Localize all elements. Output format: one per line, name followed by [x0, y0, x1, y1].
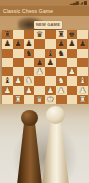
square-h7[interactable]: ♟	[77, 39, 88, 48]
white-king: ♚	[45, 95, 56, 104]
black-pawn: ♟	[2, 39, 13, 48]
square-h2[interactable]: ♟	[77, 86, 88, 95]
black-pawn: ♟	[45, 58, 56, 67]
chess-board: ♜♛♜♚♟♟♟♟♟♟♞♝♞♟♟♟♟♝♟♞♞♝♟♟♟♟♟♜♛♚♜	[2, 30, 88, 104]
black-pawn: ♟	[77, 39, 88, 48]
square-e1[interactable]: ♚	[45, 95, 56, 104]
square-f4[interactable]	[56, 67, 67, 76]
wifi-icon: ◢	[80, 1, 83, 5]
background-photo-bottom	[0, 104, 89, 183]
square-a6[interactable]	[2, 49, 13, 58]
square-d8[interactable]: ♛	[34, 30, 45, 39]
square-e4[interactable]	[45, 67, 56, 76]
square-c4[interactable]	[24, 67, 35, 76]
black-rook: ♜	[2, 30, 13, 39]
square-a7[interactable]: ♟	[2, 39, 13, 48]
white-pawn: ♟	[77, 86, 88, 95]
square-d7[interactable]	[34, 39, 45, 48]
square-d5[interactable]: ♟	[34, 58, 45, 67]
square-g4[interactable]: ♟	[67, 67, 78, 76]
square-h8[interactable]	[77, 30, 88, 39]
square-e7[interactable]	[45, 39, 56, 48]
square-c2[interactable]: ♟	[24, 86, 35, 95]
square-f5[interactable]	[56, 58, 67, 67]
white-knight: ♞	[24, 76, 35, 85]
square-f6[interactable]: ♞	[56, 49, 67, 58]
black-pawn: ♟	[56, 39, 67, 48]
square-f1[interactable]	[56, 95, 67, 104]
square-c1[interactable]	[24, 95, 35, 104]
square-d6[interactable]	[34, 49, 45, 58]
white-rook: ♜	[13, 95, 24, 104]
square-d1[interactable]: ♛	[34, 95, 45, 104]
signal-icon: ▂▄▆	[70, 1, 79, 5]
black-knight: ♞	[24, 49, 35, 58]
black-pawn: ♟	[13, 39, 24, 48]
white-bishop: ♝	[77, 76, 88, 85]
white-pawn: ♟	[67, 67, 78, 76]
black-pawn: ♟	[24, 39, 35, 48]
black-knight: ♞	[56, 49, 67, 58]
square-g3[interactable]	[67, 76, 78, 85]
square-a3[interactable]: ♝	[2, 76, 13, 85]
black-pawn: ♟	[67, 39, 78, 48]
square-e6[interactable]: ♝	[45, 49, 56, 58]
square-b7[interactable]: ♟	[13, 39, 24, 48]
square-e5[interactable]: ♟	[45, 58, 56, 67]
background-light-piece-head	[46, 106, 65, 124]
white-knight: ♞	[56, 76, 67, 85]
square-b5[interactable]	[13, 58, 24, 67]
square-f3[interactable]: ♞	[56, 76, 67, 85]
square-a2[interactable]: ♟	[2, 86, 13, 95]
square-a4[interactable]	[2, 67, 13, 76]
white-pawn: ♟	[2, 86, 13, 95]
white-rook: ♜	[77, 95, 88, 104]
square-h4[interactable]	[77, 67, 88, 76]
square-b3[interactable]: ♟	[13, 76, 24, 85]
square-a8[interactable]: ♜	[2, 30, 13, 39]
background-dark-piece-head	[21, 110, 38, 126]
square-e3[interactable]	[45, 76, 56, 85]
square-f7[interactable]: ♟	[56, 39, 67, 48]
square-c8[interactable]	[24, 30, 35, 39]
white-pawn: ♟	[56, 86, 67, 95]
app-title: Classic Chess Game	[0, 6, 53, 16]
square-b8[interactable]	[13, 30, 24, 39]
app-title-bar: Classic Chess Game	[0, 6, 89, 16]
black-bishop: ♝	[45, 49, 56, 58]
square-d2[interactable]	[34, 86, 45, 95]
square-g6[interactable]	[67, 49, 78, 58]
square-b6[interactable]	[13, 49, 24, 58]
square-c5[interactable]	[24, 58, 35, 67]
square-h3[interactable]: ♝	[77, 76, 88, 85]
square-b4[interactable]	[13, 67, 24, 76]
square-d3[interactable]	[34, 76, 45, 85]
square-h5[interactable]	[77, 58, 88, 67]
square-c7[interactable]: ♟	[24, 39, 35, 48]
white-pawn: ♟	[13, 76, 24, 85]
square-h1[interactable]: ♜	[77, 95, 88, 104]
square-b1[interactable]: ♜	[13, 95, 24, 104]
black-bishop: ♝	[2, 76, 13, 85]
square-f8[interactable]: ♜	[56, 30, 67, 39]
square-e8[interactable]	[45, 30, 56, 39]
square-g5[interactable]	[67, 58, 78, 67]
black-king: ♚	[67, 30, 78, 39]
square-g2[interactable]	[67, 86, 78, 95]
square-b2[interactable]	[13, 86, 24, 95]
square-c6[interactable]: ♞	[24, 49, 35, 58]
white-pawn: ♟	[34, 67, 45, 76]
black-pawn: ♟	[34, 58, 45, 67]
square-g7[interactable]: ♟	[67, 39, 78, 48]
white-pawn: ♟	[24, 86, 35, 95]
black-rook: ♜	[56, 30, 67, 39]
square-g1[interactable]	[67, 95, 78, 104]
square-a5[interactable]	[2, 58, 13, 67]
square-c3[interactable]: ♞	[24, 76, 35, 85]
square-d4[interactable]: ♟	[34, 67, 45, 76]
white-pawn: ♟	[45, 86, 56, 95]
square-f2[interactable]: ♟	[56, 86, 67, 95]
black-queen: ♛	[34, 30, 45, 39]
white-queen: ♛	[34, 95, 45, 104]
square-h6[interactable]	[77, 49, 88, 58]
square-a1[interactable]	[2, 95, 13, 104]
square-g8[interactable]: ♚	[67, 30, 78, 39]
battery-icon	[84, 1, 87, 5]
new-game-button[interactable]: NEW GAME	[34, 21, 62, 29]
square-e2[interactable]: ♟	[45, 86, 56, 95]
